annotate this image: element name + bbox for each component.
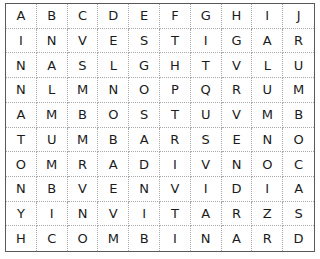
grid-cell-r3c10[interactable]: U — [283, 53, 314, 78]
grid-cell-r7c9[interactable]: O — [252, 152, 283, 177]
grid-cell-r10c5[interactable]: B — [129, 226, 160, 251]
grid-cell-r2c3[interactable]: V — [68, 29, 99, 54]
grid-cell-r3c9[interactable]: L — [252, 53, 283, 78]
grid-cell-r3c8[interactable]: V — [222, 53, 253, 78]
grid-cell-r9c10[interactable]: S — [283, 202, 314, 227]
grid-cell-r10c3[interactable]: O — [68, 226, 99, 251]
grid-cell-r2c6[interactable]: T — [160, 29, 191, 54]
grid-cell-r9c8[interactable]: R — [222, 202, 253, 227]
grid-cell-r8c9[interactable]: I — [252, 177, 283, 202]
grid-cell-r6c9[interactable]: N — [252, 128, 283, 153]
grid-cell-r2c4[interactable]: E — [98, 29, 129, 54]
grid-cell-r1c5[interactable]: E — [129, 4, 160, 29]
grid-cell-r3c1[interactable]: N — [6, 53, 37, 78]
grid-cell-r2c9[interactable]: A — [252, 29, 283, 54]
grid-cell-r5c9[interactable]: M — [252, 103, 283, 128]
grid-cell-r5c4[interactable]: O — [98, 103, 129, 128]
grid-cell-r8c10[interactable]: A — [283, 177, 314, 202]
grid-cell-r2c2[interactable]: N — [37, 29, 68, 54]
grid-cell-r7c10[interactable]: C — [283, 152, 314, 177]
grid-cell-r9c5[interactable]: I — [129, 202, 160, 227]
grid-cell-r5c3[interactable]: B — [68, 103, 99, 128]
grid-cell-r9c4[interactable]: V — [98, 202, 129, 227]
grid-cell-r8c5[interactable]: N — [129, 177, 160, 202]
grid-cell-r5c5[interactable]: S — [129, 103, 160, 128]
grid-cell-r1c3[interactable]: C — [68, 4, 99, 29]
grid-cell-r1c10[interactable]: J — [283, 4, 314, 29]
grid-cell-r4c9[interactable]: U — [252, 78, 283, 103]
grid-cell-r10c10[interactable]: D — [283, 226, 314, 251]
grid-cell-r4c3[interactable]: M — [68, 78, 99, 103]
grid-cell-r10c4[interactable]: M — [98, 226, 129, 251]
grid-cell-r1c6[interactable]: F — [160, 4, 191, 29]
grid-cell-r7c5[interactable]: D — [129, 152, 160, 177]
grid-cell-r10c8[interactable]: A — [222, 226, 253, 251]
grid-cell-r4c10[interactable]: M — [283, 78, 314, 103]
grid-cell-r5c2[interactable]: M — [37, 103, 68, 128]
grid-cell-r4c5[interactable]: O — [129, 78, 160, 103]
grid-cell-r10c6[interactable]: I — [160, 226, 191, 251]
grid-cell-r7c8[interactable]: N — [222, 152, 253, 177]
grid-cell-r8c3[interactable]: V — [68, 177, 99, 202]
grid-cell-r8c6[interactable]: V — [160, 177, 191, 202]
grid-cell-r9c3[interactable]: N — [68, 202, 99, 227]
grid-cell-r4c6[interactable]: P — [160, 78, 191, 103]
grid-cell-r8c1[interactable]: N — [6, 177, 37, 202]
grid-cell-r4c8[interactable]: R — [222, 78, 253, 103]
grid-cell-r9c1[interactable]: Y — [6, 202, 37, 227]
grid-cell-r7c3[interactable]: R — [68, 152, 99, 177]
grid-cell-r6c5[interactable]: A — [129, 128, 160, 153]
grid-cell-r6c3[interactable]: M — [68, 128, 99, 153]
grid-cell-r9c6[interactable]: T — [160, 202, 191, 227]
grid-cell-r6c1[interactable]: T — [6, 128, 37, 153]
grid-cell-r6c8[interactable]: E — [222, 128, 253, 153]
grid-cell-r5c8[interactable]: V — [222, 103, 253, 128]
grid-cell-r4c7[interactable]: Q — [191, 78, 222, 103]
grid-cell-r1c7[interactable]: G — [191, 4, 222, 29]
grid-cell-r7c4[interactable]: A — [98, 152, 129, 177]
grid-cell-r9c7[interactable]: A — [191, 202, 222, 227]
grid-cell-r5c10[interactable]: B — [283, 103, 314, 128]
grid-cell-r4c2[interactable]: L — [37, 78, 68, 103]
grid-cell-r6c10[interactable]: O — [283, 128, 314, 153]
grid-cell-r10c9[interactable]: R — [252, 226, 283, 251]
grid-cell-r2c10[interactable]: R — [283, 29, 314, 54]
grid-cell-r7c2[interactable]: M — [37, 152, 68, 177]
grid-cell-r1c2[interactable]: B — [37, 4, 68, 29]
grid-cell-r4c4[interactable]: N — [98, 78, 129, 103]
grid-cell-r9c2[interactable]: I — [37, 202, 68, 227]
grid-cell-r3c6[interactable]: H — [160, 53, 191, 78]
grid-cell-r1c8[interactable]: H — [222, 4, 253, 29]
grid-cell-r3c7[interactable]: T — [191, 53, 222, 78]
grid-cell-r2c7[interactable]: I — [191, 29, 222, 54]
grid-cell-r7c1[interactable]: O — [6, 152, 37, 177]
grid-cell-r10c2[interactable]: C — [37, 226, 68, 251]
grid-cell-r9c9[interactable]: Z — [252, 202, 283, 227]
grid-cell-r3c5[interactable]: G — [129, 53, 160, 78]
grid-cell-r1c1[interactable]: A — [6, 4, 37, 29]
grid-cell-r1c4[interactable]: D — [98, 4, 129, 29]
word-search-grid: ABCDEFGHIJINVESTIGARNASLGHTVLUNLMNOPQRUM… — [5, 3, 315, 252]
grid-cell-r2c1[interactable]: I — [6, 29, 37, 54]
grid-cell-r2c5[interactable]: S — [129, 29, 160, 54]
grid-cell-r3c2[interactable]: A — [37, 53, 68, 78]
grid-cell-r8c4[interactable]: E — [98, 177, 129, 202]
grid-cell-r6c4[interactable]: B — [98, 128, 129, 153]
grid-cell-r8c8[interactable]: D — [222, 177, 253, 202]
grid-cell-r7c6[interactable]: I — [160, 152, 191, 177]
grid-cell-r10c7[interactable]: N — [191, 226, 222, 251]
grid-cell-r3c4[interactable]: L — [98, 53, 129, 78]
grid-cell-r7c7[interactable]: V — [191, 152, 222, 177]
grid-cell-r8c2[interactable]: B — [37, 177, 68, 202]
grid-cell-r3c3[interactable]: S — [68, 53, 99, 78]
grid-cell-r4c1[interactable]: N — [6, 78, 37, 103]
grid-cell-r6c7[interactable]: S — [191, 128, 222, 153]
grid-cell-r8c7[interactable]: I — [191, 177, 222, 202]
grid-cell-r5c6[interactable]: T — [160, 103, 191, 128]
grid-cell-r1c9[interactable]: I — [252, 4, 283, 29]
grid-cell-r6c6[interactable]: R — [160, 128, 191, 153]
grid-cell-r5c1[interactable]: A — [6, 103, 37, 128]
grid-cell-r5c7[interactable]: U — [191, 103, 222, 128]
grid-cell-r6c2[interactable]: U — [37, 128, 68, 153]
grid-cell-r10c1[interactable]: H — [6, 226, 37, 251]
grid-cell-r2c8[interactable]: G — [222, 29, 253, 54]
